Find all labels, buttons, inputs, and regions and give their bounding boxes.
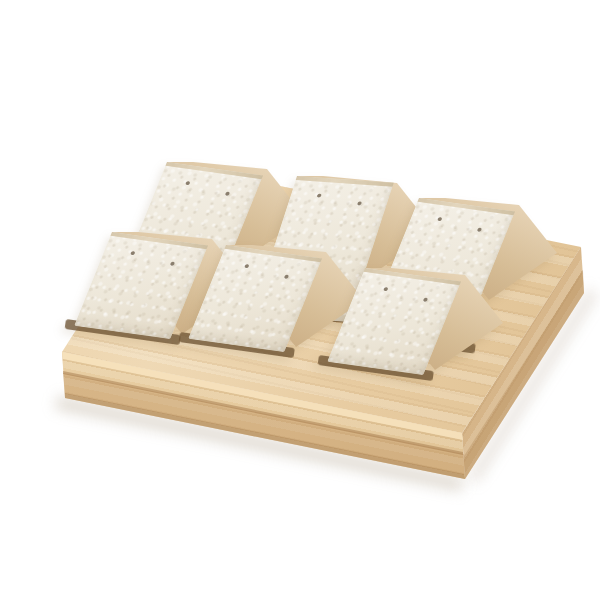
- earring-hole-right: [284, 275, 290, 279]
- earring-hole-left: [437, 217, 443, 221]
- earring-card-r2c3: [365, 268, 525, 443]
- earring-hole-right: [170, 262, 176, 266]
- earring-hole-right: [357, 201, 362, 205]
- product-photo: [0, 0, 600, 600]
- earring-hole-right: [423, 298, 429, 302]
- earring-hole-left: [383, 287, 389, 291]
- earring-hole-left: [185, 181, 191, 185]
- earring-hole-right: [477, 228, 483, 232]
- earring-hole-left: [130, 251, 136, 255]
- earring-hole-left: [244, 264, 250, 268]
- earring-hole-right: [225, 192, 231, 196]
- earring-hole-left: [317, 193, 322, 197]
- card-top-edge: [296, 176, 394, 186]
